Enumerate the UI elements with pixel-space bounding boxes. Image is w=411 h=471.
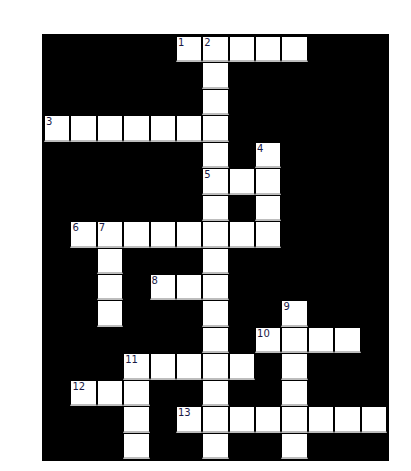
black-cell-r11-c5 (176, 327, 202, 353)
black-cell-r12-c12 (361, 353, 387, 379)
black-cell-r13-c11 (334, 380, 360, 406)
black-cell-r3-c7 (229, 115, 255, 141)
cell-r6-c6[interactable] (202, 195, 228, 221)
black-cell-r2-c3 (123, 89, 149, 115)
cell-r13-c1[interactable]: 12 (70, 380, 96, 406)
black-cell-r1-c1 (70, 62, 96, 88)
black-cell-r4-c1 (70, 142, 96, 168)
black-cell-r1-c4 (150, 62, 176, 88)
cell-r10-c6[interactable] (202, 300, 228, 326)
black-cell-r8-c7 (229, 248, 255, 274)
black-cell-r8-c0 (44, 248, 70, 274)
black-cell-r5-c5 (176, 168, 202, 194)
clue-number-3: 3 (46, 116, 52, 127)
black-cell-r7-c11 (334, 221, 360, 247)
crossword-board: 12345678910111213 (42, 34, 389, 461)
cell-r8-c6[interactable] (202, 248, 228, 274)
black-cell-r13-c0 (44, 380, 70, 406)
cell-r3-c0[interactable]: 3 (44, 115, 70, 141)
black-cell-r2-c7 (229, 89, 255, 115)
black-cell-r15-c5 (176, 433, 202, 459)
cell-r3-c5[interactable] (176, 115, 202, 141)
black-cell-r6-c11 (334, 195, 360, 221)
black-cell-r11-c4 (150, 327, 176, 353)
black-cell-r1-c3 (123, 62, 149, 88)
black-cell-r6-c5 (176, 195, 202, 221)
cell-r14-c11[interactable] (334, 406, 360, 432)
black-cell-r0-c0 (44, 36, 70, 62)
black-cell-r12-c0 (44, 353, 70, 379)
cell-r1-c6[interactable] (202, 62, 228, 88)
cell-r7-c1[interactable]: 6 (70, 221, 96, 247)
black-cell-r8-c3 (123, 248, 149, 274)
cell-r0-c9[interactable] (281, 36, 307, 62)
black-cell-r0-c10 (308, 36, 334, 62)
black-cell-r4-c12 (361, 142, 387, 168)
black-cell-r10-c7 (229, 300, 255, 326)
black-cell-r6-c2 (97, 195, 123, 221)
black-cell-r2-c2 (97, 89, 123, 115)
black-cell-r3-c10 (308, 115, 334, 141)
black-cell-r12-c2 (97, 353, 123, 379)
black-cell-r6-c10 (308, 195, 334, 221)
black-cell-r8-c9 (281, 248, 307, 274)
black-cell-r4-c0 (44, 142, 70, 168)
black-cell-r3-c9 (281, 115, 307, 141)
cell-r7-c4[interactable] (150, 221, 176, 247)
black-cell-r10-c10 (308, 300, 334, 326)
black-cell-r6-c4 (150, 195, 176, 221)
cell-r4-c6[interactable] (202, 142, 228, 168)
black-cell-r1-c12 (361, 62, 387, 88)
cell-r3-c3[interactable] (123, 115, 149, 141)
black-cell-r9-c9 (281, 274, 307, 300)
black-cell-r11-c12 (361, 327, 387, 353)
black-cell-r1-c5 (176, 62, 202, 88)
black-cell-r10-c5 (176, 300, 202, 326)
black-cell-r9-c7 (229, 274, 255, 300)
black-cell-r8-c5 (176, 248, 202, 274)
black-cell-r9-c12 (361, 274, 387, 300)
cell-r12-c6[interactable] (202, 353, 228, 379)
black-cell-r5-c9 (281, 168, 307, 194)
black-cell-r15-c11 (334, 433, 360, 459)
cell-r3-c6[interactable] (202, 115, 228, 141)
black-cell-r10-c1 (70, 300, 96, 326)
black-cell-r8-c10 (308, 248, 334, 274)
black-cell-r7-c10 (308, 221, 334, 247)
black-cell-r9-c1 (70, 274, 96, 300)
black-cell-r11-c7 (229, 327, 255, 353)
black-cell-r2-c12 (361, 89, 387, 115)
black-cell-r1-c10 (308, 62, 334, 88)
black-cell-r12-c8 (255, 353, 281, 379)
black-cell-r10-c0 (44, 300, 70, 326)
black-cell-r15-c4 (150, 433, 176, 459)
cell-r11-c11[interactable] (334, 327, 360, 353)
cell-r8-c2[interactable] (97, 248, 123, 274)
cell-r5-c6[interactable]: 5 (202, 168, 228, 194)
cell-r11-c6[interactable] (202, 327, 228, 353)
black-cell-r5-c3 (123, 168, 149, 194)
cell-r3-c1[interactable] (70, 115, 96, 141)
black-cell-r2-c0 (44, 89, 70, 115)
clue-number-1: 1 (178, 37, 184, 48)
clue-number-7: 7 (99, 222, 105, 233)
black-cell-r13-c12 (361, 380, 387, 406)
black-cell-r5-c2 (97, 168, 123, 194)
black-cell-r1-c8 (255, 62, 281, 88)
cell-r2-c6[interactable] (202, 89, 228, 115)
black-cell-r6-c0 (44, 195, 70, 221)
black-cell-r0-c11 (334, 36, 360, 62)
cell-r14-c9[interactable] (281, 406, 307, 432)
cell-r0-c5[interactable]: 1 (176, 36, 202, 62)
clue-number-5: 5 (204, 169, 210, 180)
black-cell-r1-c11 (334, 62, 360, 88)
black-cell-r14-c4 (150, 406, 176, 432)
cell-r5-c8[interactable] (255, 168, 281, 194)
cell-r13-c2[interactable] (97, 380, 123, 406)
black-cell-r14-c1 (70, 406, 96, 432)
black-cell-r9-c8 (255, 274, 281, 300)
black-cell-r9-c11 (334, 274, 360, 300)
cell-r7-c5[interactable] (176, 221, 202, 247)
black-cell-r12-c1 (70, 353, 96, 379)
cell-r14-c12[interactable] (361, 406, 387, 432)
cell-r13-c3[interactable] (123, 380, 149, 406)
black-cell-r6-c1 (70, 195, 96, 221)
black-cell-r15-c0 (44, 433, 70, 459)
black-cell-r4-c7 (229, 142, 255, 168)
clue-number-13: 13 (178, 407, 191, 418)
cell-r12-c3[interactable]: 11 (123, 353, 149, 379)
black-cell-r0-c12 (361, 36, 387, 62)
cell-r14-c10[interactable] (308, 406, 334, 432)
black-cell-r7-c9 (281, 221, 307, 247)
cell-r12-c4[interactable] (150, 353, 176, 379)
black-cell-r6-c9 (281, 195, 307, 221)
cell-r14-c6[interactable] (202, 406, 228, 432)
black-cell-r4-c4 (150, 142, 176, 168)
black-cell-r2-c8 (255, 89, 281, 115)
black-cell-r0-c4 (150, 36, 176, 62)
clue-number-8: 8 (152, 275, 158, 286)
black-cell-r4-c5 (176, 142, 202, 168)
cell-r10-c9[interactable]: 9 (281, 300, 307, 326)
black-cell-r2-c5 (176, 89, 202, 115)
cell-r4-c8[interactable]: 4 (255, 142, 281, 168)
black-cell-r1-c0 (44, 62, 70, 88)
black-cell-r2-c11 (334, 89, 360, 115)
black-cell-r5-c11 (334, 168, 360, 194)
cell-r14-c3[interactable] (123, 406, 149, 432)
clue-number-2: 2 (204, 37, 210, 48)
cell-r7-c7[interactable] (229, 221, 255, 247)
black-cell-r10-c4 (150, 300, 176, 326)
black-cell-r2-c9 (281, 89, 307, 115)
clue-number-12: 12 (72, 381, 85, 392)
black-cell-r2-c10 (308, 89, 334, 115)
clue-number-6: 6 (72, 222, 78, 233)
black-cell-r5-c1 (70, 168, 96, 194)
cell-r3-c2[interactable] (97, 115, 123, 141)
cell-r9-c2[interactable] (97, 274, 123, 300)
black-cell-r12-c11 (334, 353, 360, 379)
cell-r0-c8[interactable] (255, 36, 281, 62)
cell-r12-c9[interactable] (281, 353, 307, 379)
black-cell-r3-c8 (255, 115, 281, 141)
black-cell-r14-c2 (97, 406, 123, 432)
black-cell-r15-c12 (361, 433, 387, 459)
black-cell-r6-c12 (361, 195, 387, 221)
black-cell-r13-c10 (308, 380, 334, 406)
black-cell-r11-c3 (123, 327, 149, 353)
black-cell-r8-c4 (150, 248, 176, 274)
cell-r5-c7[interactable] (229, 168, 255, 194)
black-cell-r6-c7 (229, 195, 255, 221)
black-cell-r8-c12 (361, 248, 387, 274)
black-cell-r5-c4 (150, 168, 176, 194)
cell-r7-c6[interactable] (202, 221, 228, 247)
cell-r15-c6[interactable] (202, 433, 228, 459)
black-cell-r13-c8 (255, 380, 281, 406)
black-cell-r10-c8 (255, 300, 281, 326)
black-cell-r8-c8 (255, 248, 281, 274)
black-cell-r13-c7 (229, 380, 255, 406)
cell-r3-c4[interactable] (150, 115, 176, 141)
black-cell-r7-c0 (44, 221, 70, 247)
cell-r12-c5[interactable] (176, 353, 202, 379)
cell-r14-c8[interactable] (255, 406, 281, 432)
black-cell-r4-c2 (97, 142, 123, 168)
cell-r6-c8[interactable] (255, 195, 281, 221)
black-cell-r11-c1 (70, 327, 96, 353)
black-cell-r15-c7 (229, 433, 255, 459)
black-cell-r15-c8 (255, 433, 281, 459)
black-cell-r10-c11 (334, 300, 360, 326)
cell-r9-c4[interactable]: 8 (150, 274, 176, 300)
black-cell-r12-c10 (308, 353, 334, 379)
black-cell-r0-c3 (123, 36, 149, 62)
cell-r11-c10[interactable] (308, 327, 334, 353)
black-cell-r5-c10 (308, 168, 334, 194)
black-cell-r4-c9 (281, 142, 307, 168)
black-cell-r9-c0 (44, 274, 70, 300)
black-cell-r1-c7 (229, 62, 255, 88)
black-cell-r10-c12 (361, 300, 387, 326)
black-cell-r4-c11 (334, 142, 360, 168)
black-cell-r15-c10 (308, 433, 334, 459)
black-cell-r1-c9 (281, 62, 307, 88)
cell-r10-c2[interactable] (97, 300, 123, 326)
cell-r13-c9[interactable] (281, 380, 307, 406)
cell-r13-c6[interactable] (202, 380, 228, 406)
black-cell-r0-c2 (97, 36, 123, 62)
cell-r15-c3[interactable] (123, 433, 149, 459)
black-cell-r2-c1 (70, 89, 96, 115)
black-cell-r11-c2 (97, 327, 123, 353)
clue-number-9: 9 (283, 301, 289, 312)
cell-r14-c7[interactable] (229, 406, 255, 432)
clue-number-11: 11 (125, 354, 138, 365)
black-cell-r4-c10 (308, 142, 334, 168)
black-cell-r4-c3 (123, 142, 149, 168)
cell-r12-c7[interactable] (229, 353, 255, 379)
black-cell-r11-c0 (44, 327, 70, 353)
black-cell-r13-c5 (176, 380, 202, 406)
crossword-puzzle-page: 12345678910111213 (0, 0, 411, 471)
black-cell-r10-c3 (123, 300, 149, 326)
cell-r11-c9[interactable] (281, 327, 307, 353)
black-cell-r6-c3 (123, 195, 149, 221)
black-cell-r9-c10 (308, 274, 334, 300)
black-cell-r9-c3 (123, 274, 149, 300)
black-cell-r15-c1 (70, 433, 96, 459)
cell-r9-c5[interactable] (176, 274, 202, 300)
cell-r11-c8[interactable]: 10 (255, 327, 281, 353)
black-cell-r7-c12 (361, 221, 387, 247)
black-cell-r15-c2 (97, 433, 123, 459)
black-cell-r3-c12 (361, 115, 387, 141)
black-cell-r5-c12 (361, 168, 387, 194)
black-cell-r8-c11 (334, 248, 360, 274)
black-cell-r1-c2 (97, 62, 123, 88)
cell-r7-c3[interactable] (123, 221, 149, 247)
black-cell-r0-c1 (70, 36, 96, 62)
black-cell-r5-c0 (44, 168, 70, 194)
cell-r0-c6[interactable]: 2 (202, 36, 228, 62)
cell-r7-c2[interactable]: 7 (97, 221, 123, 247)
cell-r0-c7[interactable] (229, 36, 255, 62)
clue-number-4: 4 (257, 143, 263, 154)
cell-r9-c6[interactable] (202, 274, 228, 300)
cell-r14-c5[interactable]: 13 (176, 406, 202, 432)
black-cell-r2-c4 (150, 89, 176, 115)
black-cell-r8-c1 (70, 248, 96, 274)
cell-r7-c8[interactable] (255, 221, 281, 247)
black-cell-r13-c4 (150, 380, 176, 406)
cell-r15-c9[interactable] (281, 433, 307, 459)
black-cell-r14-c0 (44, 406, 70, 432)
black-cell-r3-c11 (334, 115, 360, 141)
clue-number-10: 10 (257, 328, 270, 339)
